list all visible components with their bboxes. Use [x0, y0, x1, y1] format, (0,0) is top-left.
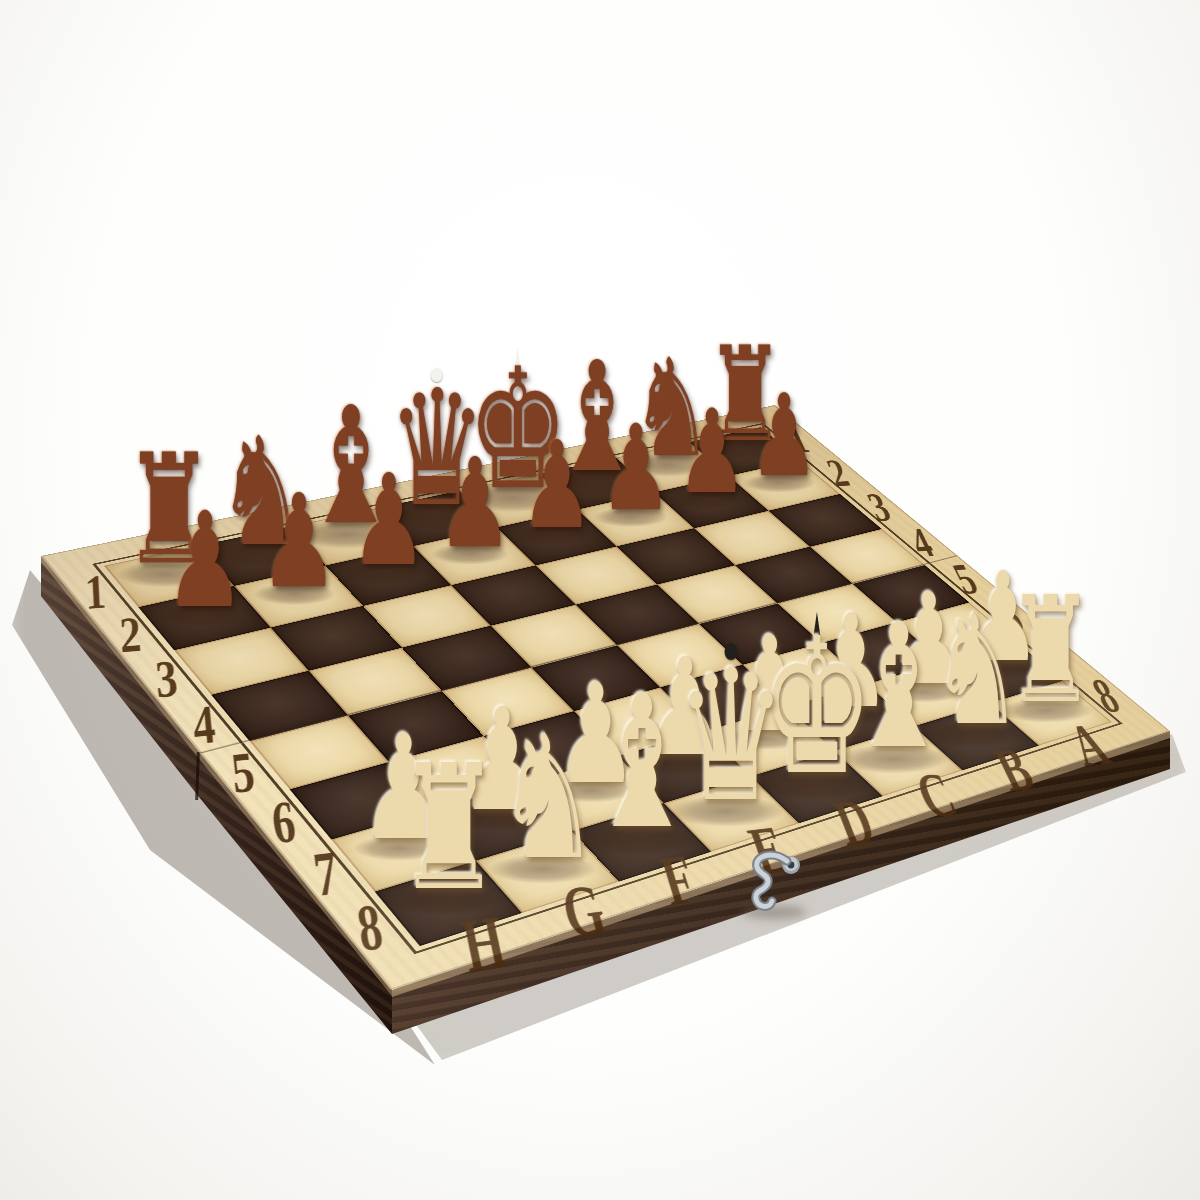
piece-dark-pawn-c2[interactable]: ♟ — [600, 412, 672, 524]
piece-dark-pawn-a2[interactable]: ♟ — [750, 383, 819, 491]
piece-dark-pawn-e2[interactable]: ♟ — [437, 445, 512, 562]
light-bishop-glyph-icon: ♝ — [586, 676, 698, 851]
light-rook-glyph-icon: ♜ — [396, 746, 501, 910]
piece-dark-pawn-h2[interactable]: ♟ — [165, 499, 245, 624]
light-knight-glyph-icon: ♞ — [496, 717, 600, 879]
dark-pawn-glyph-icon: ♟ — [520, 428, 594, 543]
dark-pawn-glyph-icon: ♟ — [350, 462, 427, 582]
piece-dark-pawn-b2[interactable]: ♟ — [676, 397, 747, 507]
piece-dark-pawn-f2[interactable]: ♟ — [350, 462, 427, 582]
dark-pawn-glyph-icon: ♟ — [676, 397, 747, 507]
piece-dark-pawn-g2[interactable]: ♟ — [259, 480, 338, 602]
chess-set-photo: 1234567812345678HGFEDCBA ♜♞♝♚♛♝♞♜♟♟♟♟♟♟♟… — [0, 0, 1200, 1200]
piece-light-bishop-f8[interactable]: ♝ — [586, 676, 698, 851]
dark-pawn-glyph-icon: ♟ — [165, 499, 245, 624]
dark-pawn-glyph-icon: ♟ — [259, 480, 338, 602]
dark-pawn-glyph-icon: ♟ — [750, 383, 819, 491]
pieces-layer: ♜♞♝♚♛♝♞♜♟♟♟♟♟♟♟♟♟♟♟♟♟♟♟♟♜♞♝♚♛♝♞♜ — [0, 0, 1200, 1200]
piece-dark-pawn-d2[interactable]: ♟ — [520, 428, 594, 543]
dark-pawn-glyph-icon: ♟ — [437, 445, 512, 562]
piece-light-knight-g8[interactable]: ♞ — [496, 717, 600, 879]
piece-light-rook-h8[interactable]: ♜ — [396, 746, 501, 910]
dark-pawn-glyph-icon: ♟ — [600, 412, 672, 524]
